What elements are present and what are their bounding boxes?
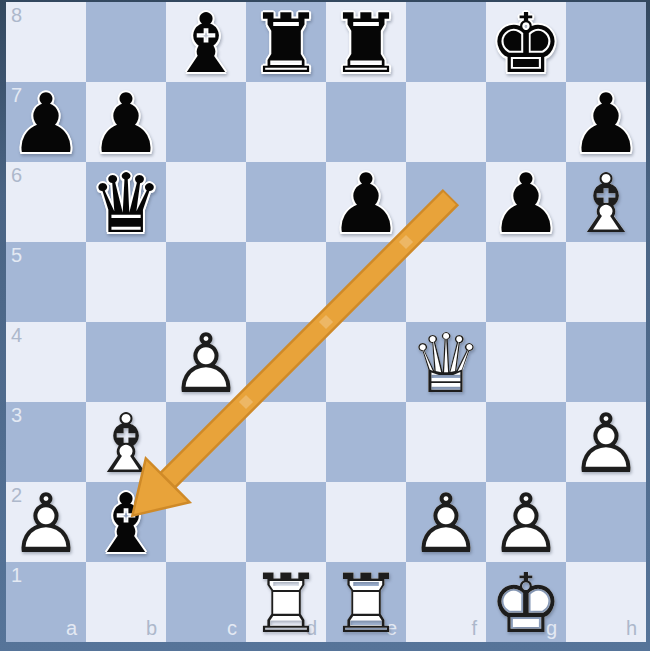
- white-rook[interactable]: ♜♖: [246, 562, 326, 642]
- black-queen[interactable]: ♛: [86, 162, 166, 242]
- square-g2[interactable]: ♟♙: [486, 482, 566, 562]
- square-h2[interactable]: [566, 482, 646, 562]
- square-g7[interactable]: [486, 82, 566, 162]
- square-e3[interactable]: [326, 402, 406, 482]
- square-e2[interactable]: [326, 482, 406, 562]
- square-a6[interactable]: 6: [6, 162, 86, 242]
- square-h3[interactable]: ♟♙: [566, 402, 646, 482]
- square-c7[interactable]: [166, 82, 246, 162]
- square-c3[interactable]: [166, 402, 246, 482]
- square-h1[interactable]: h: [566, 562, 646, 642]
- black-pawn[interactable]: ♟: [566, 82, 646, 162]
- piece-glyph: ♜: [326, 2, 406, 82]
- square-f7[interactable]: [406, 82, 486, 162]
- square-c6[interactable]: [166, 162, 246, 242]
- square-d7[interactable]: [246, 82, 326, 162]
- square-a7[interactable]: 7♟: [6, 82, 86, 162]
- piece-glyph: ♟: [86, 82, 166, 162]
- rank-label-4: 4: [11, 324, 22, 346]
- square-f2[interactable]: ♟♙: [406, 482, 486, 562]
- square-c2[interactable]: [166, 482, 246, 562]
- piece-glyph: ♛: [86, 162, 166, 242]
- white-pawn[interactable]: ♟♙: [486, 482, 566, 562]
- piece-glyph-outline: ♙: [406, 482, 486, 562]
- piece-glyph: ♟: [6, 82, 86, 162]
- piece-glyph: ♟: [326, 162, 406, 242]
- white-bishop[interactable]: ♝♗: [566, 162, 646, 242]
- rank-label-1: 1: [11, 564, 22, 586]
- black-bishop[interactable]: ♝: [166, 2, 246, 82]
- rank-label-6: 6: [11, 164, 22, 186]
- square-e8[interactable]: ♜: [326, 2, 406, 82]
- file-label-f: f: [471, 617, 477, 639]
- square-g1[interactable]: g♚♔: [486, 562, 566, 642]
- square-f4[interactable]: ♛♕: [406, 322, 486, 402]
- chess-board: 8♝♜♜♚7♟♟♟6♛♟♟♝♗54♟♙♛♕3♝♗♟♙2♟♙♝♟♙♟♙1abcd♜…: [6, 2, 646, 642]
- square-f5[interactable]: [406, 242, 486, 322]
- square-f6[interactable]: [406, 162, 486, 242]
- square-a8[interactable]: 8: [6, 2, 86, 82]
- square-g5[interactable]: [486, 242, 566, 322]
- piece-glyph: ♝: [166, 2, 246, 82]
- piece-glyph-outline: ♕: [406, 322, 486, 402]
- square-h7[interactable]: ♟: [566, 82, 646, 162]
- black-pawn[interactable]: ♟: [326, 162, 406, 242]
- white-pawn[interactable]: ♟♙: [6, 482, 86, 562]
- square-c5[interactable]: [166, 242, 246, 322]
- square-h4[interactable]: [566, 322, 646, 402]
- black-pawn[interactable]: ♟: [6, 82, 86, 162]
- piece-glyph: ♟: [566, 82, 646, 162]
- square-a2[interactable]: 2♟♙: [6, 482, 86, 562]
- black-pawn[interactable]: ♟: [86, 82, 166, 162]
- square-d3[interactable]: [246, 402, 326, 482]
- square-g4[interactable]: [486, 322, 566, 402]
- square-d1[interactable]: d♜♖: [246, 562, 326, 642]
- black-pawn[interactable]: ♟: [486, 162, 566, 242]
- square-g3[interactable]: [486, 402, 566, 482]
- piece-glyph-outline: ♙: [166, 322, 246, 402]
- board-frame: 8♝♜♜♚7♟♟♟6♛♟♟♝♗54♟♙♛♕3♝♗♟♙2♟♙♝♟♙♟♙1abcd♜…: [0, 0, 650, 651]
- black-bishop[interactable]: ♝: [86, 482, 166, 562]
- piece-glyph-outline: ♙: [566, 402, 646, 482]
- white-king[interactable]: ♚♔: [486, 562, 566, 642]
- black-king[interactable]: ♚: [486, 2, 566, 82]
- black-rook[interactable]: ♜: [326, 2, 406, 82]
- square-f8[interactable]: [406, 2, 486, 82]
- square-e5[interactable]: [326, 242, 406, 322]
- square-b5[interactable]: [86, 242, 166, 322]
- piece-glyph-outline: ♖: [246, 562, 326, 642]
- square-b3[interactable]: ♝♗: [86, 402, 166, 482]
- file-label-a: a: [66, 617, 77, 639]
- rank-label-5: 5: [11, 244, 22, 266]
- square-c8[interactable]: ♝: [166, 2, 246, 82]
- square-b1[interactable]: b: [86, 562, 166, 642]
- square-b6[interactable]: ♛: [86, 162, 166, 242]
- square-d2[interactable]: [246, 482, 326, 562]
- white-bishop[interactable]: ♝♗: [86, 402, 166, 482]
- file-label-b: b: [146, 617, 157, 639]
- file-label-h: h: [626, 617, 637, 639]
- square-b2[interactable]: ♝: [86, 482, 166, 562]
- square-a3[interactable]: 3: [6, 402, 86, 482]
- piece-glyph-outline: ♖: [326, 562, 406, 642]
- square-h5[interactable]: [566, 242, 646, 322]
- white-pawn[interactable]: ♟♙: [406, 482, 486, 562]
- square-a4[interactable]: 4: [6, 322, 86, 402]
- square-f1[interactable]: f: [406, 562, 486, 642]
- square-d8[interactable]: ♜: [246, 2, 326, 82]
- white-pawn[interactable]: ♟♙: [166, 322, 246, 402]
- piece-glyph-outline: ♗: [86, 402, 166, 482]
- piece-glyph: ♚: [486, 2, 566, 82]
- square-g6[interactable]: ♟: [486, 162, 566, 242]
- file-label-c: c: [227, 617, 237, 639]
- square-f3[interactable]: [406, 402, 486, 482]
- square-c4[interactable]: ♟♙: [166, 322, 246, 402]
- white-rook[interactable]: ♜♖: [326, 562, 406, 642]
- white-queen[interactable]: ♛♕: [406, 322, 486, 402]
- square-c1[interactable]: c: [166, 562, 246, 642]
- piece-glyph-outline: ♙: [6, 482, 86, 562]
- square-e6[interactable]: ♟: [326, 162, 406, 242]
- piece-glyph: ♜: [246, 2, 326, 82]
- piece-glyph-outline: ♗: [566, 162, 646, 242]
- rank-label-8: 8: [11, 4, 22, 26]
- square-a1[interactable]: 1a: [6, 562, 86, 642]
- square-b7[interactable]: ♟: [86, 82, 166, 162]
- square-a5[interactable]: 5: [6, 242, 86, 322]
- square-b4[interactable]: [86, 322, 166, 402]
- square-b8[interactable]: [86, 2, 166, 82]
- piece-glyph-outline: ♙: [486, 482, 566, 562]
- square-e4[interactable]: [326, 322, 406, 402]
- square-e1[interactable]: e♜♖: [326, 562, 406, 642]
- piece-glyph-outline: ♔: [486, 562, 566, 642]
- piece-glyph: ♝: [86, 482, 166, 562]
- square-h8[interactable]: [566, 2, 646, 82]
- white-pawn[interactable]: ♟♙: [566, 402, 646, 482]
- black-rook[interactable]: ♜: [246, 2, 326, 82]
- square-d5[interactable]: [246, 242, 326, 322]
- square-d6[interactable]: [246, 162, 326, 242]
- square-g8[interactable]: ♚: [486, 2, 566, 82]
- square-h6[interactable]: ♝♗: [566, 162, 646, 242]
- rank-label-3: 3: [11, 404, 22, 426]
- square-d4[interactable]: [246, 322, 326, 402]
- square-e7[interactable]: [326, 82, 406, 162]
- piece-glyph: ♟: [486, 162, 566, 242]
